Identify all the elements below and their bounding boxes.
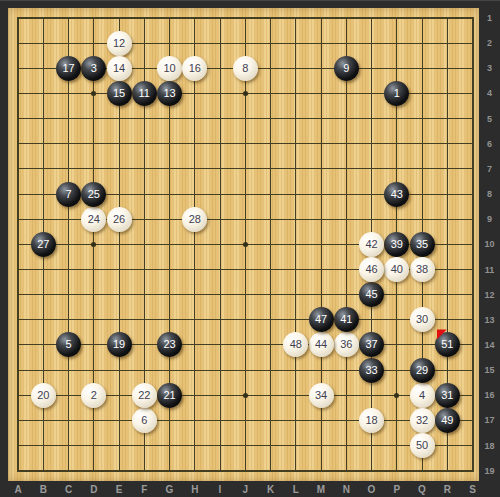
row-label-6: 6 [479,138,500,150]
stone-number: 32 [416,415,428,426]
stone-number: 35 [416,239,428,250]
stone-number: 29 [416,365,428,376]
stone-number: 48 [290,339,302,350]
stone-number: 5 [65,339,71,350]
col-label-G: G [160,484,180,495]
stone-move-7[interactable]: 7 [56,182,81,207]
stone-move-25[interactable]: 25 [81,182,106,207]
col-label-M: M [311,484,331,495]
row-label-17: 17 [479,414,500,426]
row-label-5: 5 [479,113,500,125]
row-label-1: 1 [479,12,500,24]
col-label-J: J [235,484,255,495]
stone-move-46[interactable]: 46 [359,257,384,282]
row-label-11: 11 [479,264,500,276]
col-label-N: N [336,484,356,495]
stone-move-41[interactable]: 41 [334,307,359,332]
stone-move-49[interactable]: 49 [435,408,460,433]
star-point [243,91,248,96]
stone-number: 23 [163,339,175,350]
stone-number: 39 [391,239,403,250]
stone-move-39[interactable]: 39 [384,232,409,257]
stone-move-9[interactable]: 9 [334,56,359,81]
row-label-13: 13 [479,314,500,326]
stone-number: 44 [315,339,327,350]
stone-number: 9 [343,63,349,74]
stone-number: 43 [391,189,403,200]
stone-number: 41 [340,314,352,325]
stone-number: 21 [163,390,175,401]
stone-number: 1 [394,88,400,99]
stone-number: 18 [365,415,377,426]
stone-move-12[interactable]: 12 [107,31,132,56]
col-label-K: K [261,484,281,495]
stone-move-17[interactable]: 17 [56,56,81,81]
stone-number: 6 [141,415,147,426]
stone-move-42[interactable]: 42 [359,232,384,257]
stone-number: 2 [91,390,97,401]
stone-move-38[interactable]: 38 [410,257,435,282]
star-point [394,393,399,398]
stone-move-31[interactable]: 31 [435,383,460,408]
stone-move-19[interactable]: 19 [107,332,132,357]
stone-number: 4 [419,390,425,401]
stone-move-24[interactable]: 24 [81,207,106,232]
col-label-I: I [210,484,230,495]
stone-move-15[interactable]: 15 [107,81,132,106]
stone-number: 37 [365,339,377,350]
stone-move-33[interactable]: 33 [359,358,384,383]
stone-move-47[interactable]: 47 [309,307,334,332]
stone-move-29[interactable]: 29 [410,358,435,383]
stone-number: 14 [113,63,125,74]
row-label-16: 16 [479,389,500,401]
stone-number: 26 [113,214,125,225]
stone-move-14[interactable]: 14 [107,56,132,81]
stone-number: 22 [138,390,150,401]
stone-move-30[interactable]: 30 [410,307,435,332]
col-label-L: L [286,484,306,495]
row-label-3: 3 [479,62,500,74]
stone-number: 50 [416,440,428,451]
stone-number: 28 [189,214,201,225]
col-label-R: R [437,484,457,495]
col-label-Q: Q [412,484,432,495]
stone-number: 47 [315,314,327,325]
stone-number: 3 [91,63,97,74]
stone-move-45[interactable]: 45 [359,282,384,307]
col-label-P: P [387,484,407,495]
stone-number: 42 [365,239,377,250]
col-label-H: H [185,484,205,495]
stone-number: 7 [65,189,71,200]
stone-move-35[interactable]: 35 [410,232,435,257]
stone-number: 45 [365,289,377,300]
col-label-A: A [8,484,28,495]
stone-move-22[interactable]: 22 [132,383,157,408]
row-label-2: 2 [479,37,500,49]
stone-move-2[interactable]: 2 [81,383,106,408]
stone-number: 8 [242,63,248,74]
stone-number: 19 [113,339,125,350]
stone-move-16[interactable]: 16 [182,56,207,81]
stone-number: 34 [315,390,327,401]
stone-move-3[interactable]: 3 [81,56,106,81]
col-label-O: O [362,484,382,495]
row-label-12: 12 [479,289,500,301]
row-label-18: 18 [479,440,500,452]
row-label-10: 10 [479,238,500,250]
stone-move-21[interactable]: 21 [157,383,182,408]
stone-move-28[interactable]: 28 [182,207,207,232]
row-label-14: 14 [479,339,500,351]
stone-move-11[interactable]: 11 [132,81,157,106]
stone-number: 17 [62,63,74,74]
stone-number: 10 [163,63,175,74]
stone-number: 16 [189,63,201,74]
stone-number: 15 [113,88,125,99]
stone-number: 20 [37,390,49,401]
stone-move-43[interactable]: 43 [384,182,409,207]
col-label-C: C [59,484,79,495]
stone-number: 13 [163,88,175,99]
stone-number: 24 [88,214,100,225]
stone-move-27[interactable]: 27 [31,232,56,257]
col-label-B: B [33,484,53,495]
stone-move-8[interactable]: 8 [233,56,258,81]
row-label-19: 19 [479,465,500,477]
stone-move-6[interactable]: 6 [132,408,157,433]
stone-number: 33 [365,365,377,376]
stone-number: 49 [441,415,453,426]
stone-move-18[interactable]: 18 [359,408,384,433]
stone-move-4[interactable]: 4 [410,383,435,408]
stone-move-44[interactable]: 44 [309,332,334,357]
stone-number: 25 [88,189,100,200]
stone-number: 46 [365,264,377,275]
row-label-9: 9 [479,213,500,225]
stone-move-20[interactable]: 20 [31,383,56,408]
col-label-D: D [84,484,104,495]
row-label-8: 8 [479,188,500,200]
col-label-E: E [109,484,129,495]
row-label-7: 7 [479,163,500,175]
stone-move-50[interactable]: 50 [410,433,435,458]
stone-number: 36 [340,339,352,350]
row-label-15: 15 [479,364,500,376]
go-board-app: 1234567891011121314151617181920212223242… [0,0,500,497]
stone-number: 27 [37,239,49,250]
stone-move-26[interactable]: 26 [107,207,132,232]
star-point [243,393,248,398]
stone-number: 51 [441,339,453,350]
stone-move-34[interactable]: 34 [309,383,334,408]
stone-number: 38 [416,264,428,275]
stone-move-10[interactable]: 10 [157,56,182,81]
stone-move-32[interactable]: 32 [410,408,435,433]
stone-move-13[interactable]: 13 [157,81,182,106]
col-label-F: F [134,484,154,495]
col-label-S: S [463,484,483,495]
stone-number: 11 [139,88,150,99]
row-label-4: 4 [479,87,500,99]
stone-number: 12 [113,38,125,49]
star-point [243,242,248,247]
stone-number: 30 [416,314,428,325]
stone-number: 40 [391,264,403,275]
stone-number: 31 [441,390,453,401]
